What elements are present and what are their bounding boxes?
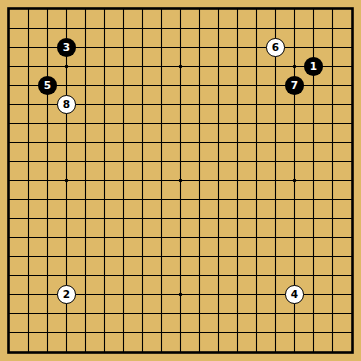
stone-white-2: 2 (57, 285, 76, 304)
stone-white-6: 6 (266, 38, 285, 57)
stone-black-5: 5 (38, 76, 57, 95)
stones-layer: 12345678 (0, 0, 361, 361)
stone-white-4: 4 (285, 285, 304, 304)
go-board[interactable]: 12345678 (0, 0, 361, 361)
stone-white-8: 8 (57, 95, 76, 114)
stone-black-7: 7 (285, 76, 304, 95)
stone-black-3: 3 (57, 38, 76, 57)
stone-black-1: 1 (304, 57, 323, 76)
